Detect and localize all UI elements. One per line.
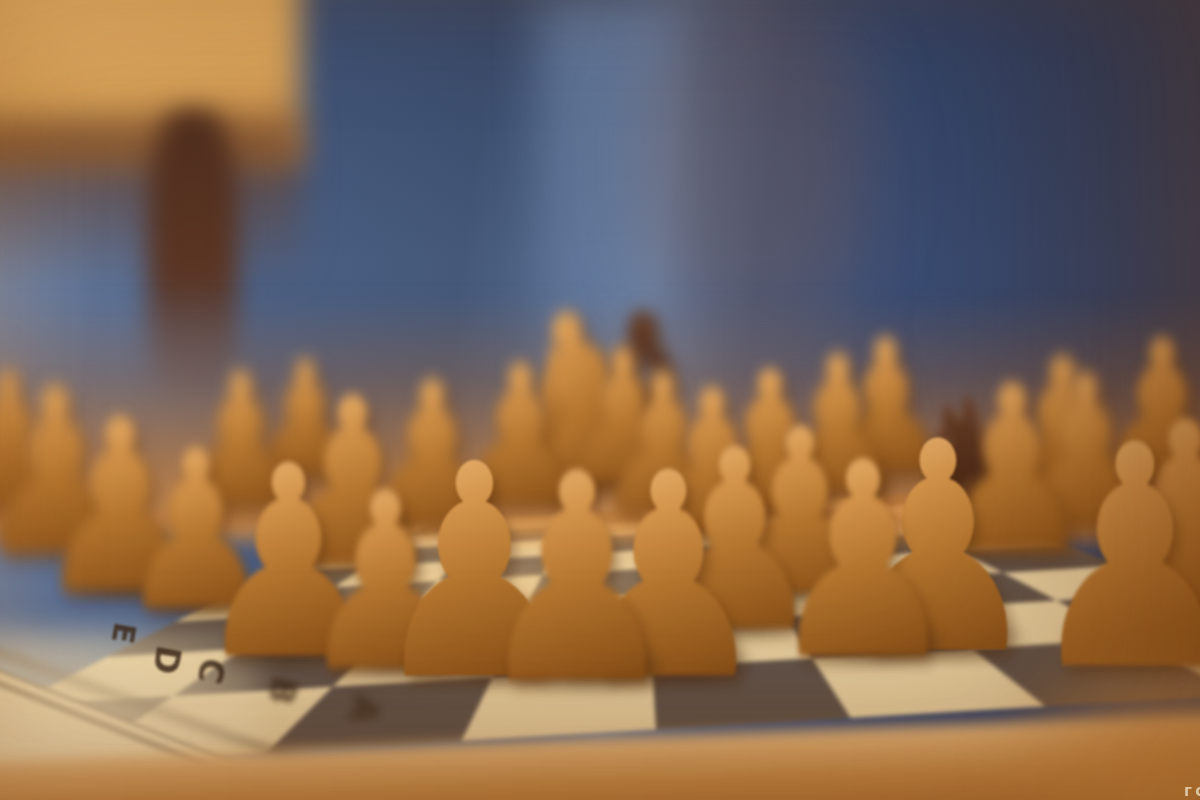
square-light	[1002, 565, 1193, 601]
square-dark	[959, 544, 1120, 572]
bottom-right-glow	[990, 640, 1200, 800]
chess-photo: EDCBA ♟♟♟♟♟♟♟♟♟♟♟♟♟♞♟♟♟♝♟♟♟♟♟♟♟♟♟♟♟♟♟♟♟♟…	[0, 0, 1200, 800]
warm-glow	[230, 500, 790, 690]
file-letter-d: D	[148, 643, 186, 677]
watermark-tagline: городской сайт	[1184, 782, 1200, 800]
square-dark	[1057, 593, 1200, 640]
